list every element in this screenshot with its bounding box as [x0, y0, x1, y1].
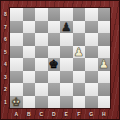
file-coordinates: ABCDEFGH [10, 108, 110, 120]
square-h2[interactable] [98, 83, 111, 96]
square-b4[interactable] [23, 58, 36, 71]
chess-board[interactable]: ♟♟♚♟♚ [10, 8, 110, 108]
rank-coordinates: 87654321 [1, 8, 10, 108]
file-label-e: E [60, 109, 73, 118]
file-label-h: H [98, 109, 111, 118]
square-f8[interactable] [73, 8, 86, 21]
square-a8[interactable] [10, 8, 23, 21]
square-b5[interactable] [23, 46, 36, 59]
rank-label-2: 2 [1, 83, 10, 96]
square-f2[interactable] [73, 83, 86, 96]
square-f7[interactable] [73, 21, 86, 34]
file-label-b: B [23, 109, 36, 118]
square-g3[interactable] [85, 71, 98, 84]
file-label-d: D [48, 109, 61, 118]
square-a7[interactable] [10, 21, 23, 34]
file-label-g: G [85, 109, 98, 118]
square-g5[interactable] [85, 46, 98, 59]
square-b6[interactable] [23, 33, 36, 46]
black-pawn-piece: ♟ [61, 20, 71, 33]
white-pawn-piece: ♟ [74, 45, 84, 58]
square-f1[interactable] [73, 96, 86, 109]
rank-label-6: 6 [1, 33, 10, 46]
rank-label-8: 8 [1, 8, 10, 21]
square-a4[interactable] [10, 58, 23, 71]
square-a1[interactable]: ♚ [10, 96, 23, 109]
square-f3[interactable] [73, 71, 86, 84]
square-h3[interactable] [98, 71, 111, 84]
square-e6[interactable] [60, 33, 73, 46]
square-e3[interactable] [60, 71, 73, 84]
square-g2[interactable] [85, 83, 98, 96]
square-b8[interactable] [23, 8, 36, 21]
square-c7[interactable] [35, 21, 48, 34]
square-b2[interactable] [23, 83, 36, 96]
square-e5[interactable] [60, 46, 73, 59]
square-d4[interactable]: ♚ [48, 58, 61, 71]
square-g7[interactable] [85, 21, 98, 34]
square-h7[interactable] [98, 21, 111, 34]
square-e4[interactable] [60, 58, 73, 71]
square-h6[interactable] [98, 33, 111, 46]
chessboard-widget: ♟♟♚♟♚ 87654321 ABCDEFGH [0, 0, 120, 120]
square-e7[interactable]: ♟ [60, 21, 73, 34]
square-e1[interactable] [60, 96, 73, 109]
square-a6[interactable] [10, 33, 23, 46]
square-d6[interactable] [48, 33, 61, 46]
square-h8[interactable] [98, 8, 111, 21]
square-d1[interactable] [48, 96, 61, 109]
square-c8[interactable] [35, 8, 48, 21]
rank-label-3: 3 [1, 71, 10, 84]
square-a5[interactable] [10, 46, 23, 59]
square-f4[interactable] [73, 58, 86, 71]
square-e2[interactable] [60, 83, 73, 96]
square-c6[interactable] [35, 33, 48, 46]
square-b3[interactable] [23, 71, 36, 84]
square-c4[interactable] [35, 58, 48, 71]
white-pawn-piece: ♟ [99, 58, 109, 71]
square-a3[interactable] [10, 71, 23, 84]
rank-label-7: 7 [1, 21, 10, 34]
file-label-a: A [10, 109, 23, 118]
square-b1[interactable] [23, 96, 36, 109]
square-c5[interactable] [35, 46, 48, 59]
square-d3[interactable] [48, 71, 61, 84]
file-label-c: C [35, 109, 48, 118]
square-g8[interactable] [85, 8, 98, 21]
square-g1[interactable] [85, 96, 98, 109]
rank-label-1: 1 [1, 96, 10, 109]
square-c3[interactable] [35, 71, 48, 84]
white-king-piece: ♚ [11, 95, 21, 108]
square-c2[interactable] [35, 83, 48, 96]
square-f5[interactable]: ♟ [73, 46, 86, 59]
square-d2[interactable] [48, 83, 61, 96]
black-king-piece: ♚ [49, 58, 59, 71]
square-c1[interactable] [35, 96, 48, 109]
rank-label-4: 4 [1, 58, 10, 71]
square-g4[interactable] [85, 58, 98, 71]
file-label-f: F [73, 109, 86, 118]
square-g6[interactable] [85, 33, 98, 46]
square-h4[interactable]: ♟ [98, 58, 111, 71]
square-h1[interactable] [98, 96, 111, 109]
square-d8[interactable] [48, 8, 61, 21]
rank-label-5: 5 [1, 46, 10, 59]
square-b7[interactable] [23, 21, 36, 34]
square-d7[interactable] [48, 21, 61, 34]
